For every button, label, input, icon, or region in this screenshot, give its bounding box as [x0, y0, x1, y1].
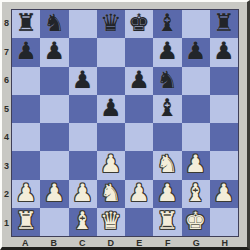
square-e5[interactable] [125, 95, 153, 123]
white-pawn[interactable]: ♟ [15, 181, 37, 205]
square-d6[interactable] [97, 67, 125, 95]
white-pawn[interactable]: ♟ [157, 181, 179, 205]
square-b6[interactable] [40, 67, 68, 95]
square-f5[interactable]: ♝ [153, 95, 181, 123]
square-c1[interactable]: ♝ [69, 208, 97, 236]
black-queen[interactable]: ♛ [100, 11, 122, 35]
rank-label-5: 5 [2, 95, 11, 124]
white-king[interactable]: ♚ [185, 209, 207, 233]
square-h4[interactable] [210, 123, 238, 151]
square-e4[interactable] [125, 123, 153, 151]
rank-label-6: 6 [2, 66, 11, 95]
black-pawn[interactable]: ♟ [213, 39, 235, 63]
square-a6[interactable] [12, 67, 40, 95]
square-f7[interactable]: ♟ [153, 38, 181, 66]
square-b2[interactable]: ♟ [40, 180, 68, 208]
square-a2[interactable]: ♟ [12, 180, 40, 208]
square-h3[interactable] [210, 151, 238, 179]
white-pawn[interactable]: ♟ [213, 181, 235, 205]
square-a8[interactable]: ♜ [12, 10, 40, 38]
black-rook[interactable]: ♜ [213, 11, 235, 35]
black-pawn[interactable]: ♟ [100, 96, 122, 120]
square-b8[interactable]: ♞ [40, 10, 68, 38]
square-f1[interactable]: ♜ [153, 208, 181, 236]
black-king[interactable]: ♚ [128, 11, 150, 35]
black-pawn[interactable]: ♟ [44, 39, 66, 63]
square-g8[interactable] [182, 10, 210, 38]
square-e3[interactable] [125, 151, 153, 179]
square-c4[interactable] [69, 123, 97, 151]
square-c7[interactable] [69, 38, 97, 66]
rank-label-8: 8 [2, 9, 11, 38]
square-d7[interactable] [97, 38, 125, 66]
square-d1[interactable]: ♛ [97, 208, 125, 236]
file-labels: ABCDEFGH [11, 237, 239, 248]
rank-label-3: 3 [2, 152, 11, 181]
square-c2[interactable]: ♟ [69, 180, 97, 208]
file-label-c: C [68, 237, 97, 248]
rank-label-4: 4 [2, 123, 11, 152]
square-c6[interactable]: ♟ [69, 67, 97, 95]
rank-label-2: 2 [2, 180, 11, 209]
white-pawn[interactable]: ♟ [72, 181, 94, 205]
square-f3[interactable]: ♞ [153, 151, 181, 179]
file-label-g: G [182, 237, 211, 248]
black-knight[interactable]: ♞ [157, 68, 179, 92]
square-h2[interactable]: ♟ [210, 180, 238, 208]
black-bishop[interactable]: ♝ [157, 96, 179, 120]
square-b1[interactable] [40, 208, 68, 236]
square-h6[interactable] [210, 67, 238, 95]
white-pawn[interactable]: ♟ [128, 181, 150, 205]
black-rook[interactable]: ♜ [15, 11, 37, 35]
white-rook[interactable]: ♜ [157, 209, 179, 233]
square-c8[interactable] [69, 10, 97, 38]
square-d3[interactable]: ♟ [97, 151, 125, 179]
white-knight[interactable]: ♞ [100, 181, 122, 205]
white-bishop[interactable]: ♝ [72, 209, 94, 233]
file-label-e: E [125, 237, 154, 248]
square-f8[interactable]: ♝ [153, 10, 181, 38]
square-g2[interactable]: ♝ [182, 180, 210, 208]
file-label-f: F [154, 237, 183, 248]
square-e1[interactable] [125, 208, 153, 236]
square-g4[interactable] [182, 123, 210, 151]
square-e6[interactable]: ♟ [125, 67, 153, 95]
square-d5[interactable]: ♟ [97, 95, 125, 123]
square-g7[interactable]: ♟ [182, 38, 210, 66]
square-a3[interactable] [12, 151, 40, 179]
white-pawn[interactable]: ♟ [44, 181, 66, 205]
square-d2[interactable]: ♞ [97, 180, 125, 208]
square-e2[interactable]: ♟ [125, 180, 153, 208]
white-knight[interactable]: ♞ [157, 152, 179, 176]
square-b3[interactable] [40, 151, 68, 179]
square-g5[interactable] [182, 95, 210, 123]
square-a1[interactable]: ♜ [12, 208, 40, 236]
square-d4[interactable] [97, 123, 125, 151]
file-label-a: A [11, 237, 40, 248]
black-knight[interactable]: ♞ [44, 11, 66, 35]
white-bishop[interactable]: ♝ [185, 181, 207, 205]
rank-labels: 87654321 [2, 9, 11, 237]
file-label-d: D [97, 237, 126, 248]
square-a4[interactable] [12, 123, 40, 151]
square-h7[interactable]: ♟ [210, 38, 238, 66]
square-g3[interactable]: ♟ [182, 151, 210, 179]
square-c5[interactable] [69, 95, 97, 123]
square-b4[interactable] [40, 123, 68, 151]
rank-label-7: 7 [2, 38, 11, 67]
white-rook[interactable]: ♜ [15, 209, 37, 233]
square-h1[interactable] [210, 208, 238, 236]
square-a7[interactable]: ♟ [12, 38, 40, 66]
black-pawn[interactable]: ♟ [15, 39, 37, 63]
black-bishop[interactable]: ♝ [157, 11, 179, 35]
square-h8[interactable]: ♜ [210, 10, 238, 38]
square-b5[interactable] [40, 95, 68, 123]
square-f2[interactable]: ♟ [153, 180, 181, 208]
square-f4[interactable] [153, 123, 181, 151]
square-e8[interactable]: ♚ [125, 10, 153, 38]
square-g6[interactable] [182, 67, 210, 95]
square-b7[interactable]: ♟ [40, 38, 68, 66]
chess-board-window: 87654321 ABCDEFGH ♜♞♛♚♝♜♟♟♟♟♟♟♟♞♟♝♟♞♟♟♟♟… [0, 0, 250, 250]
black-pawn[interactable]: ♟ [72, 68, 94, 92]
rank-label-1: 1 [2, 209, 11, 238]
square-c3[interactable] [69, 151, 97, 179]
square-a5[interactable] [12, 95, 40, 123]
file-label-h: H [211, 237, 240, 248]
white-queen[interactable]: ♛ [100, 209, 122, 233]
square-e7[interactable] [125, 38, 153, 66]
square-g1[interactable]: ♚ [182, 208, 210, 236]
white-pawn[interactable]: ♟ [100, 152, 122, 176]
black-pawn[interactable]: ♟ [128, 68, 150, 92]
file-label-b: B [40, 237, 69, 248]
square-d8[interactable]: ♛ [97, 10, 125, 38]
square-h5[interactable] [210, 95, 238, 123]
chess-board: ♜♞♛♚♝♜♟♟♟♟♟♟♟♞♟♝♟♞♟♟♟♟♞♟♟♝♟♜♝♛♜♚ [11, 9, 239, 237]
square-f6[interactable]: ♞ [153, 67, 181, 95]
white-pawn[interactable]: ♟ [185, 152, 207, 176]
black-pawn[interactable]: ♟ [185, 39, 207, 63]
black-pawn[interactable]: ♟ [157, 39, 179, 63]
